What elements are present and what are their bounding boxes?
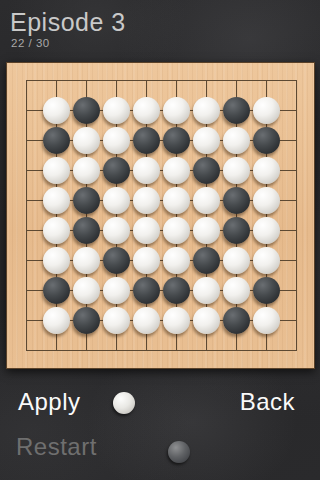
tray-white-stone[interactable] [113,392,135,414]
go-board[interactable] [6,62,315,369]
stone-white[interactable] [43,217,70,244]
stone-white[interactable] [43,187,70,214]
stone-white[interactable] [43,97,70,124]
stone-black[interactable] [223,97,250,124]
stone-white[interactable] [193,277,220,304]
stone-white[interactable] [193,217,220,244]
stone-white[interactable] [163,157,190,184]
stone-white[interactable] [253,307,280,334]
stone-black[interactable] [133,277,160,304]
stone-black[interactable] [163,127,190,154]
stone-white[interactable] [223,157,250,184]
stone-white[interactable] [163,187,190,214]
stone-white[interactable] [103,307,130,334]
stone-white[interactable] [163,217,190,244]
stone-black[interactable] [223,187,250,214]
stone-black[interactable] [43,277,70,304]
stone-black[interactable] [73,217,100,244]
stone-black[interactable] [133,127,160,154]
restart-button[interactable]: Restart [16,433,97,461]
page-title: Episode 3 [10,8,126,37]
stone-white[interactable] [103,127,130,154]
stone-black[interactable] [103,247,130,274]
stone-black[interactable] [253,277,280,304]
back-button[interactable]: Back [240,388,295,416]
stone-white[interactable] [133,157,160,184]
stone-black[interactable] [193,247,220,274]
stone-black[interactable] [223,217,250,244]
stone-white[interactable] [223,247,250,274]
stone-white[interactable] [103,187,130,214]
stone-black[interactable] [103,157,130,184]
level-progress: 22 / 30 [11,37,50,49]
stone-white[interactable] [43,307,70,334]
stone-white[interactable] [253,247,280,274]
stone-white[interactable] [253,187,280,214]
stone-white[interactable] [103,217,130,244]
stone-black[interactable] [73,307,100,334]
stone-black[interactable] [193,157,220,184]
stone-white[interactable] [133,97,160,124]
stone-white[interactable] [163,97,190,124]
stone-white[interactable] [133,307,160,334]
stone-black[interactable] [73,97,100,124]
stone-white[interactable] [193,97,220,124]
stone-white[interactable] [193,127,220,154]
stone-white[interactable] [103,277,130,304]
stone-white[interactable] [223,127,250,154]
stone-white[interactable] [193,187,220,214]
stone-black[interactable] [223,307,250,334]
stone-white[interactable] [253,217,280,244]
stone-white[interactable] [73,247,100,274]
stone-white[interactable] [163,307,190,334]
stone-white[interactable] [43,247,70,274]
tray-black-stone[interactable] [168,441,190,463]
stone-white[interactable] [163,247,190,274]
stone-white[interactable] [223,277,250,304]
stone-white[interactable] [73,277,100,304]
stone-black[interactable] [73,187,100,214]
stone-black[interactable] [253,127,280,154]
stone-white[interactable] [193,307,220,334]
stone-white[interactable] [133,247,160,274]
stone-black[interactable] [43,127,70,154]
board-grid[interactable] [26,80,297,351]
stone-white[interactable] [73,157,100,184]
stone-white[interactable] [73,127,100,154]
stone-white[interactable] [253,157,280,184]
stone-white[interactable] [43,157,70,184]
stone-white[interactable] [133,187,160,214]
stone-white[interactable] [103,97,130,124]
screen: { "game": "go-stones grid puzzle (black/… [0,0,320,480]
stone-white[interactable] [253,97,280,124]
apply-button[interactable]: Apply [18,388,81,416]
stone-black[interactable] [163,277,190,304]
stone-white[interactable] [133,217,160,244]
